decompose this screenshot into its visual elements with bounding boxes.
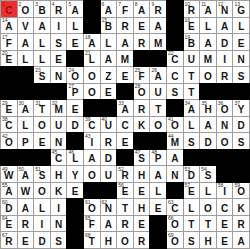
block-cell (67, 51, 83, 67)
cell-r15c7[interactable]: H (101, 232, 117, 248)
cell-r15c4[interactable]: S (51, 232, 67, 248)
cell-letter: P (18, 138, 34, 148)
cell-letter: I (217, 187, 233, 197)
cell-r12c1[interactable]: 55A (1, 183, 17, 199)
block-cell (18, 84, 34, 100)
cell-r7c15[interactable]: 37Y (233, 100, 249, 116)
cell-letter: O (167, 121, 183, 131)
cell-r5c8[interactable]: E (117, 67, 133, 83)
cell-r12c13[interactable]: L (200, 183, 216, 199)
cell-letter: S (34, 72, 50, 82)
cell-letter: Y (233, 105, 249, 115)
cell-r12c8[interactable]: 56E (117, 183, 133, 199)
cell-letter: S (233, 138, 249, 148)
cell-letter: A (101, 220, 117, 230)
cell-r6c11[interactable]: S (167, 84, 183, 100)
cell-r4c4[interactable]: E (51, 51, 67, 67)
cell-r15c9[interactable]: R (134, 232, 150, 248)
cell-letter: I (84, 138, 100, 148)
block-cell (167, 183, 183, 199)
cell-r3c5[interactable]: E (67, 34, 83, 50)
cell-letter: E (134, 22, 150, 32)
cell-r8c6[interactable]: 39C (84, 117, 100, 133)
cell-r1c15[interactable]: 13G (233, 1, 249, 17)
cell-letter: H (51, 171, 67, 181)
cell-r11c13[interactable]: 54S (200, 166, 216, 182)
cell-r1c12[interactable]: 10R (184, 1, 200, 17)
cell-letter: V (18, 22, 34, 32)
cell-r4c3[interactable]: L (34, 51, 50, 67)
cell-r1c3[interactable]: 3B (34, 1, 50, 17)
cell-letter: E (233, 39, 249, 49)
cell-letter: L (150, 187, 166, 197)
cell-r9c3[interactable]: E (34, 133, 50, 149)
cell-r3c7[interactable]: L (101, 34, 117, 50)
cell-r7c4[interactable]: 32M (51, 100, 67, 116)
cell-r2c9[interactable]: E (134, 18, 150, 34)
cell-r15c2[interactable]: E (18, 232, 34, 248)
cell-letter: R (233, 220, 249, 230)
block-cell (1, 67, 17, 83)
cell-r3c12[interactable]: 19B (184, 34, 200, 50)
cell-r3c3[interactable]: L (34, 34, 50, 50)
cell-letter: R (134, 39, 150, 49)
cell-r14c14[interactable]: E (217, 216, 233, 232)
block-cell (167, 18, 183, 34)
cell-r2c13[interactable]: L (200, 18, 216, 34)
cell-letter: H (200, 105, 216, 115)
cell-r8c15[interactable]: D (233, 117, 249, 133)
cell-r15c13[interactable]: H (200, 232, 216, 248)
cell-letter: L (34, 204, 50, 214)
cell-r11c1[interactable]: 49W (1, 166, 17, 182)
cell-letter: L (18, 55, 34, 65)
cell-r2c5[interactable]: L (67, 18, 83, 34)
cell-r6c5[interactable]: 27P (67, 84, 83, 100)
cell-r14c9[interactable]: E (134, 216, 150, 232)
cell-r13c3[interactable]: L (34, 199, 50, 215)
cell-r15c8[interactable]: O (117, 232, 133, 248)
cell-r6c6[interactable]: O (84, 84, 100, 100)
block-cell (67, 199, 83, 215)
cell-r4c7[interactable]: A (101, 51, 117, 67)
cell-r10c6[interactable]: A (84, 150, 100, 166)
cell-letter: L (34, 55, 50, 65)
cell-r5c10[interactable]: 26A (150, 67, 166, 83)
cell-r8c10[interactable]: O (150, 117, 166, 133)
cell-letter: E (117, 187, 133, 197)
cell-letter: S (134, 154, 150, 164)
cell-r11c8[interactable]: 52R (117, 166, 133, 182)
cell-letter: T (200, 220, 216, 230)
cell-r8c8[interactable]: C (117, 117, 133, 133)
cell-letter: E (150, 204, 166, 214)
cell-letter: E (217, 237, 233, 247)
cell-r8c14[interactable]: N (217, 117, 233, 133)
cell-r5c7[interactable]: Z (101, 67, 117, 83)
cell-r13c2[interactable]: A (18, 199, 34, 215)
cell-r7c14[interactable]: 36O (217, 100, 233, 116)
cell-r8c3[interactable]: O (34, 117, 50, 133)
cell-letter: D (217, 39, 233, 49)
cell-r5c13[interactable]: O (200, 67, 216, 83)
cell-letter: D (34, 237, 50, 247)
cell-r2c3[interactable]: A (34, 18, 50, 34)
cell-letter: A (134, 6, 150, 16)
cell-r11c2[interactable]: 50A (18, 166, 34, 182)
cell-r10c7[interactable]: D (101, 150, 117, 166)
cell-letter: O (150, 121, 166, 131)
block-cell (67, 133, 83, 149)
cell-letter: N (51, 138, 67, 148)
cell-letter: I (34, 220, 50, 230)
cell-r13c14[interactable]: C (217, 199, 233, 215)
cell-letter: D (67, 121, 83, 131)
cell-letter: R (117, 171, 133, 181)
cell-r1c8[interactable]: 7F (117, 1, 133, 17)
block-cell (167, 34, 183, 50)
cell-r10c11[interactable]: A (167, 150, 183, 166)
cell-r7c13[interactable]: 35H (200, 100, 216, 116)
cell-r8c4[interactable]: U (51, 117, 67, 133)
block-cell (134, 51, 150, 67)
cell-r14c4[interactable]: N (51, 216, 67, 232)
cell-letter: R (184, 6, 200, 16)
cell-letter: N (51, 220, 67, 230)
cell-r14c1[interactable]: 64E (1, 216, 17, 232)
cell-r12c10[interactable]: L (150, 183, 166, 199)
cell-r13c13[interactable]: O (200, 199, 216, 215)
cell-letter: E (1, 105, 17, 115)
cell-r2c8[interactable]: R (117, 18, 133, 34)
cell-r14c15[interactable]: R (233, 216, 249, 232)
cell-letter: S (34, 171, 50, 181)
block-cell (67, 216, 83, 232)
cell-letter: I (51, 22, 67, 32)
cell-r3c10[interactable]: M (150, 34, 166, 50)
cell-letter: H (200, 237, 216, 247)
block-cell (34, 84, 50, 100)
cell-letter: L (200, 187, 216, 197)
cell-letter: N (51, 72, 67, 82)
cell-r13c15[interactable]: K (233, 199, 249, 215)
cell-letter: C (217, 204, 233, 214)
cell-r8c11[interactable]: 41O (167, 117, 183, 133)
cell-letter: L (67, 22, 83, 32)
cell-r13c4[interactable]: I (51, 199, 67, 215)
cell-r11c6[interactable]: O (84, 166, 100, 182)
cell-r1c5[interactable]: 5A (67, 1, 83, 17)
block-cell (18, 67, 34, 83)
cell-r11c12[interactable]: 53D (184, 166, 200, 182)
cell-r8c9[interactable]: K (134, 117, 150, 133)
block-cell (217, 84, 233, 100)
cell-letter: C (167, 72, 183, 82)
cell-letter: A (101, 6, 117, 16)
cell-r6c9[interactable]: 28O (134, 84, 150, 100)
block-cell (117, 84, 133, 100)
cell-r9c11[interactable]: 44M (167, 133, 183, 149)
cell-r12c14[interactable]: 58I (217, 183, 233, 199)
cell-letter: P (150, 154, 166, 164)
cell-r14c3[interactable]: I (34, 216, 50, 232)
cell-r5c14[interactable]: R (217, 67, 233, 83)
cell-r13c10[interactable]: E (150, 199, 166, 215)
cell-r3c4[interactable]: S (51, 34, 67, 50)
cell-letter: C (51, 154, 67, 164)
cell-r2c15[interactable]: L (233, 18, 249, 34)
cell-r15c15[interactable]: A (233, 232, 249, 248)
cell-r1c4[interactable]: 4R (51, 1, 67, 17)
cell-letter: N (217, 121, 233, 131)
cell-letter: S (51, 237, 67, 247)
cell-r9c8[interactable]: E (117, 133, 133, 149)
block-cell (18, 150, 34, 166)
cell-letter: T (184, 88, 200, 98)
cell-r5c4[interactable]: N (51, 67, 67, 83)
cell-r6c12[interactable]: T (184, 84, 200, 100)
cell-r7c12[interactable]: 34A (184, 100, 200, 116)
cell-r9c13[interactable]: D (200, 133, 216, 149)
cell-r12c12[interactable]: 57E (184, 183, 200, 199)
cell-letter: B (34, 6, 50, 16)
cell-r15c12[interactable]: S (184, 232, 200, 248)
cell-r8c5[interactable]: D (67, 117, 83, 133)
cell-r12c5[interactable]: E (67, 183, 83, 199)
cell-letter: E (184, 187, 200, 197)
cell-letter: K (134, 121, 150, 131)
cell-r2c12[interactable]: 16E (184, 18, 200, 34)
cell-r1c2[interactable]: 2O (18, 1, 34, 17)
cell-r3c13[interactable]: A (200, 34, 216, 50)
cell-r4c8[interactable]: M (117, 51, 133, 67)
cell-r5c5[interactable]: 24O (67, 67, 83, 83)
block-cell (134, 133, 150, 149)
cell-r4c6[interactable]: 21L (84, 51, 100, 67)
cell-r10c10[interactable]: 48P (150, 150, 166, 166)
cell-r12c9[interactable]: E (134, 183, 150, 199)
cell-r9c14[interactable]: O (217, 133, 233, 149)
cell-r12c15[interactable]: 59O (233, 183, 249, 199)
cell-letter: T (184, 220, 200, 230)
cell-letter: C (1, 6, 17, 16)
cell-r12c3[interactable]: O (34, 183, 50, 199)
cell-r4c11[interactable]: 22C (167, 51, 183, 67)
cell-r13c6[interactable]: 61O (84, 199, 100, 215)
cell-letter: D (233, 121, 249, 131)
cell-letter: B (184, 39, 200, 49)
cell-r4c2[interactable]: L (18, 51, 34, 67)
cell-r5c9[interactable]: 25F (134, 67, 150, 83)
cell-letter: A (200, 121, 216, 131)
cell-r1c13[interactable]: 11A (200, 1, 216, 17)
block-cell (67, 232, 83, 248)
cell-r1c9[interactable]: 8A (134, 1, 150, 17)
cell-r1c1[interactable]: 1C (1, 1, 17, 17)
cell-r3c15[interactable]: E (233, 34, 249, 50)
cell-r2c4[interactable]: I (51, 18, 67, 34)
cell-letter: A (217, 22, 233, 32)
cell-letter: D (200, 138, 216, 148)
cell-r1c7[interactable]: 6A (101, 1, 117, 17)
cell-r14c13[interactable]: T (200, 216, 216, 232)
cell-letter: A (34, 22, 50, 32)
cell-r14c6[interactable]: 65F (84, 216, 100, 232)
cell-r11c7[interactable]: U (101, 166, 117, 182)
cell-r2c10[interactable]: A (150, 18, 166, 34)
cell-r3c8[interactable]: A (117, 34, 133, 50)
cell-r15c11[interactable]: 69O (167, 232, 183, 248)
cell-r13c7[interactable]: 62N (101, 199, 117, 215)
cell-r6c7[interactable]: E (101, 84, 117, 100)
cell-letter: Y (67, 171, 83, 181)
cell-r3c2[interactable]: A (18, 34, 34, 50)
cell-r4c12[interactable]: U (184, 51, 200, 67)
cell-r13c8[interactable]: T (117, 199, 133, 215)
cell-r9c6[interactable]: 43I (84, 133, 100, 149)
cell-letter: L (67, 154, 83, 164)
cell-letter: O (167, 220, 183, 230)
cell-r2c1[interactable]: 14A (1, 18, 17, 34)
cell-letter: O (167, 237, 183, 247)
cell-r13c1[interactable]: 60D (1, 199, 17, 215)
cell-letter: M (117, 55, 133, 65)
cell-r13c9[interactable]: H (134, 199, 150, 215)
cell-letter: E (67, 39, 83, 49)
cell-letter: O (84, 88, 100, 98)
cell-letter: A (1, 22, 17, 32)
cell-r7c1[interactable]: 29E (1, 100, 17, 116)
cell-r8c7[interactable]: 40U (101, 117, 117, 133)
cell-r1c10[interactable]: 9R (150, 1, 166, 17)
cell-letter: A (18, 105, 34, 115)
cell-r10c5[interactable]: 46L (67, 150, 83, 166)
block-cell (184, 150, 200, 166)
cell-letter: H (134, 204, 150, 214)
cell-letter: S (233, 72, 249, 82)
cell-r9c7[interactable]: R (101, 133, 117, 149)
cell-r8c1[interactable]: 38C (1, 117, 17, 133)
cell-r5c11[interactable]: C (167, 67, 183, 83)
cell-letter: E (101, 88, 117, 98)
cell-letter: T (84, 237, 100, 247)
cell-r9c4[interactable]: N (51, 133, 67, 149)
block-cell (101, 100, 117, 116)
cell-r9c15[interactable]: S (233, 133, 249, 149)
cell-r2c7[interactable]: 15B (101, 18, 117, 34)
cell-r11c5[interactable]: Y (67, 166, 83, 182)
cell-r12c4[interactable]: K (51, 183, 67, 199)
cell-r15c14[interactable]: E (217, 232, 233, 248)
cell-r14c11[interactable]: 66O (167, 216, 183, 232)
cell-r2c14[interactable]: A (217, 18, 233, 34)
cell-letter: C (117, 121, 133, 131)
cell-r11c4[interactable]: H (51, 166, 67, 182)
cell-letter: R (1, 237, 17, 247)
cell-letter: P (67, 88, 83, 98)
cell-r4c15[interactable]: N (233, 51, 249, 67)
cell-r3c14[interactable]: D (217, 34, 233, 50)
cell-letter: K (233, 204, 249, 214)
cell-r5c12[interactable]: T (184, 67, 200, 83)
block-cell (167, 1, 183, 17)
cell-letter: F (1, 39, 17, 49)
cell-letter: A (150, 22, 166, 32)
cell-r15c6[interactable]: 68T (84, 232, 100, 248)
cell-r7c8[interactable]: 33A (117, 100, 133, 116)
cell-r9c12[interactable]: S (184, 133, 200, 149)
block-cell (150, 133, 166, 149)
cell-r8c2[interactable]: L (18, 117, 34, 133)
cell-r4c13[interactable]: M (200, 51, 216, 67)
cell-r11c10[interactable]: A (150, 166, 166, 182)
cell-letter: R (134, 105, 150, 115)
cell-r13c11[interactable]: 63C (167, 199, 183, 215)
cell-letter: N (217, 6, 233, 16)
cell-r13c12[interactable]: L (184, 199, 200, 215)
cell-r7c5[interactable]: E (67, 100, 83, 116)
cell-r7c9[interactable]: R (134, 100, 150, 116)
cell-r5c15[interactable]: S (233, 67, 249, 83)
cell-r3c6[interactable]: 18A (84, 34, 100, 50)
cell-r3c9[interactable]: R (134, 34, 150, 50)
cell-r11c3[interactable]: 51S (34, 166, 50, 182)
cell-letter: O (84, 72, 100, 82)
cell-r12c2[interactable]: W (18, 183, 34, 199)
cell-r15c1[interactable]: 67R (1, 232, 17, 248)
cell-letter: R (18, 220, 34, 230)
cell-r14c8[interactable]: R (117, 216, 133, 232)
cell-r5c6[interactable]: O (84, 67, 100, 83)
cell-r6c10[interactable]: U (150, 84, 166, 100)
cell-r14c2[interactable]: R (18, 216, 34, 232)
cell-r1c14[interactable]: 12N (217, 1, 233, 17)
cell-r7c3[interactable]: 31T (34, 100, 50, 116)
cell-letter: S (184, 138, 200, 148)
cell-r15c3[interactable]: D (34, 232, 50, 248)
cell-letter: K (51, 187, 67, 197)
cell-letter: R (150, 6, 166, 16)
cell-letter: L (184, 204, 200, 214)
cell-letter: E (1, 220, 17, 230)
cell-letter: F (117, 6, 133, 16)
cell-r9c2[interactable]: P (18, 133, 34, 149)
cell-r8c13[interactable]: A (200, 117, 216, 133)
cell-r4c1[interactable]: 20E (1, 51, 17, 67)
cell-r7c2[interactable]: 30A (18, 100, 34, 116)
cell-r10c4[interactable]: 45C (51, 150, 67, 166)
cell-letter: O (18, 6, 34, 16)
cell-r7c10[interactable]: T (150, 100, 166, 116)
cell-letter: O (233, 187, 249, 197)
cell-r10c9[interactable]: 47S (134, 150, 150, 166)
cell-r5c3[interactable]: 23S (34, 67, 50, 83)
cell-r2c2[interactable]: V (18, 18, 34, 34)
cell-r8c12[interactable]: L (184, 117, 200, 133)
cell-letter: B (101, 22, 117, 32)
cell-letter: O (217, 105, 233, 115)
cell-r4c14[interactable]: I (217, 51, 233, 67)
cell-letter: N (233, 55, 249, 65)
cell-r14c12[interactable]: T (184, 216, 200, 232)
cell-r3c1[interactable]: 17F (1, 34, 17, 50)
cell-letter: E (67, 105, 83, 115)
cell-letter: E (134, 187, 150, 197)
cell-r14c7[interactable]: A (101, 216, 117, 232)
cell-r9c1[interactable]: 42O (1, 133, 17, 149)
cell-r11c9[interactable]: H (134, 166, 150, 182)
cell-r11c11[interactable]: N (167, 166, 183, 182)
